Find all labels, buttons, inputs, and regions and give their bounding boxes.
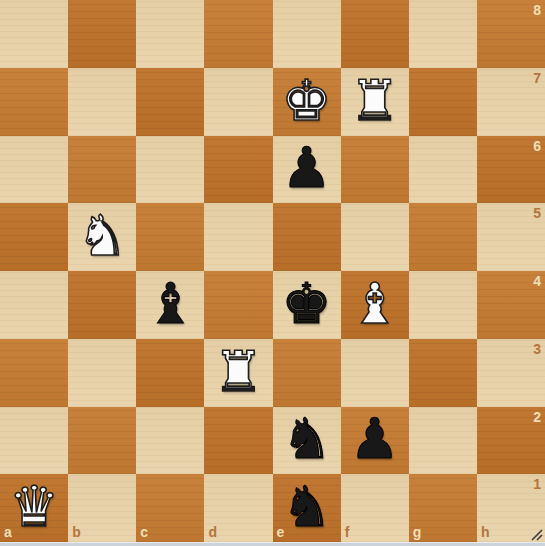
file-label-b: b (72, 525, 81, 539)
square-e6[interactable]: ♟ (273, 136, 341, 204)
square-b1[interactable]: b (68, 474, 136, 542)
square-a3[interactable] (0, 339, 68, 407)
file-label-f: f (345, 525, 350, 539)
rank-label-8: 8 (533, 3, 541, 17)
square-e7[interactable]: ♚ (273, 68, 341, 136)
square-e4[interactable]: ♚ (273, 271, 341, 339)
square-a7[interactable] (0, 68, 68, 136)
square-b7[interactable] (68, 68, 136, 136)
square-f4[interactable]: ♝ (341, 271, 409, 339)
file-label-g: g (413, 525, 422, 539)
square-e1[interactable]: e♞ (273, 474, 341, 542)
square-g4[interactable] (409, 271, 477, 339)
square-d3[interactable]: ♜ (204, 339, 272, 407)
square-d6[interactable] (204, 136, 272, 204)
black-bishop-c4[interactable]: ♝ (145, 276, 195, 332)
square-c6[interactable] (136, 136, 204, 204)
square-f6[interactable] (341, 136, 409, 204)
square-e8[interactable] (273, 0, 341, 68)
rank-label-5: 5 (533, 206, 541, 220)
square-a5[interactable] (0, 203, 68, 271)
black-knight-e2[interactable]: ♞ (281, 411, 331, 467)
file-label-h: h (481, 525, 490, 539)
square-f8[interactable] (341, 0, 409, 68)
square-g5[interactable] (409, 203, 477, 271)
square-c5[interactable] (136, 203, 204, 271)
square-e3[interactable] (273, 339, 341, 407)
rank-label-7: 7 (533, 71, 541, 85)
white-rook-d3[interactable]: ♜ (213, 344, 263, 400)
resize-grip-icon[interactable] (529, 527, 543, 541)
square-b4[interactable] (68, 271, 136, 339)
white-knight-b5[interactable]: ♞ (77, 208, 127, 264)
white-king-e7[interactable]: ♚ (281, 73, 331, 129)
rank-label-6: 6 (533, 139, 541, 153)
square-g1[interactable]: g (409, 474, 477, 542)
square-h4[interactable]: 4 (477, 271, 545, 339)
square-h7[interactable]: 7 (477, 68, 545, 136)
square-d5[interactable] (204, 203, 272, 271)
black-pawn-e6[interactable]: ♟ (281, 140, 331, 196)
square-c7[interactable] (136, 68, 204, 136)
square-h8[interactable]: 8 (477, 0, 545, 68)
square-f2[interactable]: ♟ (341, 407, 409, 475)
square-c2[interactable] (136, 407, 204, 475)
square-b3[interactable] (68, 339, 136, 407)
square-h5[interactable]: 5 (477, 203, 545, 271)
square-f5[interactable] (341, 203, 409, 271)
square-h2[interactable]: 2 (477, 407, 545, 475)
rank-label-3: 3 (533, 342, 541, 356)
square-h3[interactable]: 3 (477, 339, 545, 407)
square-e2[interactable]: ♞ (273, 407, 341, 475)
square-a6[interactable] (0, 136, 68, 204)
square-e5[interactable] (273, 203, 341, 271)
square-d8[interactable] (204, 0, 272, 68)
square-c1[interactable]: c (136, 474, 204, 542)
square-b6[interactable] (68, 136, 136, 204)
square-d1[interactable]: d (204, 474, 272, 542)
square-d2[interactable] (204, 407, 272, 475)
square-a8[interactable] (0, 0, 68, 68)
square-f7[interactable]: ♜ (341, 68, 409, 136)
white-queen-a1[interactable]: ♛ (9, 479, 59, 535)
square-g6[interactable] (409, 136, 477, 204)
square-b5[interactable]: ♞ (68, 203, 136, 271)
square-b8[interactable] (68, 0, 136, 68)
square-g8[interactable] (409, 0, 477, 68)
square-d4[interactable] (204, 271, 272, 339)
square-f3[interactable] (341, 339, 409, 407)
square-f1[interactable]: f (341, 474, 409, 542)
square-a2[interactable] (0, 407, 68, 475)
square-g3[interactable] (409, 339, 477, 407)
square-b2[interactable] (68, 407, 136, 475)
square-c4[interactable]: ♝ (136, 271, 204, 339)
square-h6[interactable]: 6 (477, 136, 545, 204)
square-d7[interactable] (204, 68, 272, 136)
window-bottom-strip (0, 542, 545, 546)
black-king-e4[interactable]: ♚ (281, 276, 331, 332)
square-g7[interactable] (409, 68, 477, 136)
square-c3[interactable] (136, 339, 204, 407)
black-pawn-f2[interactable]: ♟ (350, 411, 400, 467)
black-knight-e1[interactable]: ♞ (281, 479, 331, 535)
rank-label-1: 1 (533, 477, 541, 491)
square-a1[interactable]: a♛ (0, 474, 68, 542)
file-label-d: d (208, 525, 217, 539)
chess-board: 8♚♜7♟6♞5♝♚♝4♜3♞♟2a♛bcde♞fgh1 (0, 0, 545, 542)
square-g2[interactable] (409, 407, 477, 475)
file-label-c: c (140, 525, 148, 539)
chess-app-window: 8♚♜7♟6♞5♝♚♝4♜3♞♟2a♛bcde♞fgh1 (0, 0, 545, 546)
white-rook-f7[interactable]: ♜ (350, 73, 400, 129)
square-a4[interactable] (0, 271, 68, 339)
square-c8[interactable] (136, 0, 204, 68)
rank-label-4: 4 (533, 274, 541, 288)
rank-label-2: 2 (533, 410, 541, 424)
white-bishop-f4[interactable]: ♝ (350, 276, 400, 332)
